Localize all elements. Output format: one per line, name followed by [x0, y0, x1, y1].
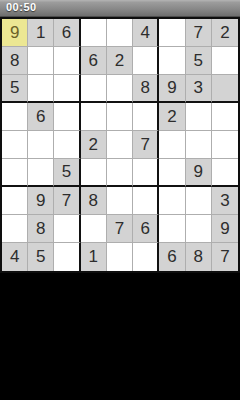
- sudoku-cell-r1c4[interactable]: [81, 19, 107, 47]
- sudoku-cell-r3c8[interactable]: 3: [186, 75, 212, 103]
- sudoku-cell-r5c2[interactable]: [28, 131, 54, 159]
- sudoku-cell-r5c5[interactable]: [107, 131, 133, 159]
- sudoku-cell-r5c8[interactable]: [186, 131, 212, 159]
- sudoku-cell-r9c9[interactable]: 7: [212, 243, 238, 271]
- sudoku-cell-r7c8[interactable]: [186, 187, 212, 215]
- sudoku-cell-r4c7[interactable]: 2: [159, 103, 185, 131]
- sudoku-cell-r9c1[interactable]: 4: [2, 243, 28, 271]
- sudoku-cell-r7c6[interactable]: [133, 187, 159, 215]
- sudoku-cell-r2c5[interactable]: 2: [107, 47, 133, 75]
- sudoku-cell-r1c7[interactable]: [159, 19, 185, 47]
- sudoku-cell-r2c1[interactable]: 8: [2, 47, 28, 75]
- sudoku-cell-r6c8[interactable]: 9: [186, 159, 212, 187]
- sudoku-cell-r8c2[interactable]: 8: [28, 215, 54, 243]
- sudoku-cell-r8c3[interactable]: [54, 215, 80, 243]
- sudoku-cell-r4c2[interactable]: 6: [28, 103, 54, 131]
- sudoku-cell-r6c9[interactable]: [212, 159, 238, 187]
- sudoku-cell-r2c8[interactable]: 5: [186, 47, 212, 75]
- sudoku-cell-r4c6[interactable]: [133, 103, 159, 131]
- sudoku-cell-r3c2[interactable]: [28, 75, 54, 103]
- sudoku-cell-r4c5[interactable]: [107, 103, 133, 131]
- sudoku-cell-r1c2[interactable]: 1: [28, 19, 54, 47]
- sudoku-cell-r2c7[interactable]: [159, 47, 185, 75]
- sudoku-cell-r9c7[interactable]: 6: [159, 243, 185, 271]
- sudoku-cell-r8c4[interactable]: [81, 215, 107, 243]
- sudoku-cell-r4c1[interactable]: [2, 103, 28, 131]
- sudoku-cell-r6c4[interactable]: [81, 159, 107, 187]
- sudoku-cell-r7c3[interactable]: 7: [54, 187, 80, 215]
- timer-label: 00:50: [6, 1, 37, 13]
- sudoku-cell-r9c2[interactable]: 5: [28, 243, 54, 271]
- sudoku-cell-r2c9[interactable]: [212, 47, 238, 75]
- sudoku-cell-r6c1[interactable]: [2, 159, 28, 187]
- sudoku-cell-r7c9[interactable]: 3: [212, 187, 238, 215]
- sudoku-cell-r7c4[interactable]: 8: [81, 187, 107, 215]
- sudoku-cell-r1c8[interactable]: 7: [186, 19, 212, 47]
- sudoku-cell-r5c9[interactable]: [212, 131, 238, 159]
- sudoku-cell-r6c3[interactable]: 5: [54, 159, 80, 187]
- sudoku-cell-r4c9[interactable]: [212, 103, 238, 131]
- sudoku-cell-r1c5[interactable]: [107, 19, 133, 47]
- sudoku-cell-r9c8[interactable]: 8: [186, 243, 212, 271]
- sudoku-cell-r1c6[interactable]: 4: [133, 19, 159, 47]
- sudoku-cell-r2c3[interactable]: [54, 47, 80, 75]
- sudoku-cell-r8c5[interactable]: 7: [107, 215, 133, 243]
- sudoku-cell-r7c2[interactable]: 9: [28, 187, 54, 215]
- sudoku-cell-r7c1[interactable]: [2, 187, 28, 215]
- sudoku-cell-r2c6[interactable]: [133, 47, 159, 75]
- sudoku-cell-r8c7[interactable]: [159, 215, 185, 243]
- sudoku-cell-r1c3[interactable]: 6: [54, 19, 80, 47]
- sudoku-cell-r1c9[interactable]: 2: [212, 19, 238, 47]
- sudoku-cell-r4c4[interactable]: [81, 103, 107, 131]
- sudoku-cell-r8c9[interactable]: 9: [212, 215, 238, 243]
- bottom-black-area: 淘手游 欢乐淘手游: [0, 273, 240, 400]
- sudoku-cell-r8c8[interactable]: [186, 215, 212, 243]
- sudoku-cell-r7c5[interactable]: [107, 187, 133, 215]
- timer-bar: 00:50: [0, 0, 240, 17]
- sudoku-cell-r1c1[interactable]: 9: [2, 19, 28, 47]
- sudoku-cell-r3c3[interactable]: [54, 75, 80, 103]
- sudoku-cell-r4c8[interactable]: [186, 103, 212, 131]
- sudoku-cell-r7c7[interactable]: [159, 187, 185, 215]
- sudoku-cell-r3c4[interactable]: [81, 75, 107, 103]
- sudoku-cell-r9c6[interactable]: [133, 243, 159, 271]
- sudoku-cell-r6c5[interactable]: [107, 159, 133, 187]
- sudoku-cell-r3c9[interactable]: [212, 75, 238, 103]
- sudoku-cell-r3c6[interactable]: 8: [133, 75, 159, 103]
- sudoku-cell-r6c2[interactable]: [28, 159, 54, 187]
- sudoku-cell-r4c3[interactable]: [54, 103, 80, 131]
- sudoku-cell-r3c7[interactable]: 9: [159, 75, 185, 103]
- sudoku-cell-r9c4[interactable]: 1: [81, 243, 107, 271]
- sudoku-cell-r2c2[interactable]: [28, 47, 54, 75]
- sudoku-cell-r6c6[interactable]: [133, 159, 159, 187]
- sudoku-cell-r9c5[interactable]: [107, 243, 133, 271]
- sudoku-cell-r5c6[interactable]: 7: [133, 131, 159, 159]
- sudoku-cell-r8c6[interactable]: 6: [133, 215, 159, 243]
- sudoku-cell-r6c7[interactable]: [159, 159, 185, 187]
- sudoku-cell-r3c5[interactable]: [107, 75, 133, 103]
- sudoku-cell-r5c7[interactable]: [159, 131, 185, 159]
- sudoku-cell-r5c3[interactable]: [54, 131, 80, 159]
- sudoku-cell-r5c4[interactable]: 2: [81, 131, 107, 159]
- sudoku-cell-r8c1[interactable]: [2, 215, 28, 243]
- sudoku-board: 9164728625589362275997838769451687: [0, 17, 240, 273]
- sudoku-app-screen: 00:50 9164728625589362275997838769451687…: [0, 0, 240, 400]
- sudoku-cell-r5c1[interactable]: [2, 131, 28, 159]
- sudoku-cell-r3c1[interactable]: 5: [2, 75, 28, 103]
- sudoku-cell-r2c4[interactable]: 6: [81, 47, 107, 75]
- sudoku-cell-r9c3[interactable]: [54, 243, 80, 271]
